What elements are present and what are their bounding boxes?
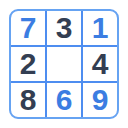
cell-r1c3[interactable]: 1 xyxy=(83,11,117,45)
digit: 7 xyxy=(20,13,37,43)
sudoku-board: 7 3 1 2 4 8 6 9 xyxy=(9,9,119,119)
cell-r3c3[interactable]: 9 xyxy=(83,83,117,117)
cell-r3c1[interactable]: 8 xyxy=(11,83,45,117)
cell-r2c3[interactable]: 4 xyxy=(83,47,117,81)
cell-r3c2[interactable]: 6 xyxy=(47,83,81,117)
digit: 1 xyxy=(92,13,109,43)
digit: 8 xyxy=(20,85,37,115)
cell-r2c1[interactable]: 2 xyxy=(11,47,45,81)
digit: 9 xyxy=(92,85,109,115)
digit: 2 xyxy=(20,49,37,79)
digit: 6 xyxy=(56,85,73,115)
cell-r2c2-empty[interactable] xyxy=(47,47,81,81)
digit: 3 xyxy=(56,13,73,43)
cell-r1c1[interactable]: 7 xyxy=(11,11,45,45)
digit: 4 xyxy=(92,49,109,79)
cell-r1c2[interactable]: 3 xyxy=(47,11,81,45)
